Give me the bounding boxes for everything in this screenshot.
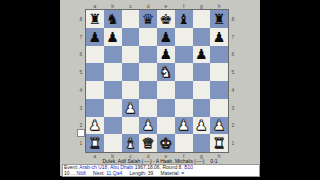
square-g4[interactable] <box>193 81 211 99</box>
square-c1[interactable]: ♝ <box>122 134 140 152</box>
rank-label-7: 7 <box>230 28 236 46</box>
black-rook[interactable]: ♜ <box>213 12 226 26</box>
white-knight[interactable]: ♞ <box>160 65 173 79</box>
square-g7[interactable] <box>193 28 211 46</box>
square-d3[interactable] <box>139 99 157 117</box>
square-h8[interactable]: ♜ <box>210 10 228 28</box>
rank-label-7: 7 <box>78 28 84 46</box>
square-c5[interactable] <box>122 63 140 81</box>
black-rook[interactable]: ♜ <box>89 12 102 26</box>
black-pawn[interactable]: ♟ <box>160 30 173 44</box>
moves-line: 10 ... Nb8 Next: 11.Qa4 Length: 39 Mater… <box>64 171 258 177</box>
square-h2[interactable]: ♟ <box>210 117 228 135</box>
chess-gui-area: abcdefgh abcdefgh 87654321 87654321 ♜♞♛♚… <box>60 0 260 176</box>
square-f7[interactable] <box>175 28 193 46</box>
square-c7[interactable] <box>122 28 140 46</box>
rank-label-8: 8 <box>78 10 84 28</box>
square-g2[interactable]: ♟ <box>193 117 211 135</box>
move-indicator-marker <box>77 129 85 137</box>
square-e5[interactable]: ♞ <box>157 63 175 81</box>
square-g3[interactable] <box>193 99 211 117</box>
square-e2[interactable] <box>157 117 175 135</box>
square-g6[interactable]: ♟ <box>193 46 211 64</box>
file-label-b: b <box>104 3 122 9</box>
white-pawn[interactable]: ♟ <box>124 101 137 115</box>
square-f1[interactable] <box>175 134 193 152</box>
move-number-prefix: 10 ... <box>64 170 75 176</box>
last-move-link[interactable]: Nb8 <box>77 170 86 176</box>
square-g1[interactable] <box>193 134 211 152</box>
rank-label-6: 6 <box>230 46 236 64</box>
square-d6[interactable] <box>139 46 157 64</box>
square-g5[interactable] <box>193 63 211 81</box>
white-pawn[interactable]: ♟ <box>177 118 190 132</box>
square-b6[interactable] <box>104 46 122 64</box>
square-c3[interactable]: ♟ <box>122 99 140 117</box>
square-e7[interactable]: ♟ <box>157 28 175 46</box>
white-pawn[interactable]: ♟ <box>89 118 102 132</box>
white-king[interactable]: ♚ <box>160 136 173 150</box>
file-label-c: c <box>122 3 140 9</box>
black-pawn[interactable]: ♟ <box>89 30 102 44</box>
square-d4[interactable] <box>139 81 157 99</box>
black-pawn[interactable]: ♟ <box>213 30 226 44</box>
square-a2[interactable]: ♟ <box>86 117 104 135</box>
square-e8[interactable]: ♚ <box>157 10 175 28</box>
white-rook[interactable]: ♜ <box>89 136 102 150</box>
rank-label-3: 3 <box>78 99 84 117</box>
square-c6[interactable] <box>122 46 140 64</box>
black-queen[interactable]: ♛ <box>142 12 155 26</box>
square-g8[interactable] <box>193 10 211 28</box>
square-a6[interactable] <box>86 46 104 64</box>
square-e1[interactable]: ♚ <box>157 134 175 152</box>
file-label-e: e <box>157 3 175 9</box>
black-bishop[interactable]: ♝ <box>177 12 190 26</box>
rank-label-3: 3 <box>230 99 236 117</box>
game-info-box: Event: Arab-ch U18, Abu Dhabi 1967.18.06… <box>62 164 260 177</box>
letterboxed-frame: abcdefgh abcdefgh 87654321 87654321 ♜♞♛♚… <box>0 0 320 180</box>
file-labels-top: abcdefgh <box>86 3 228 9</box>
rank-label-1: 1 <box>230 134 236 152</box>
file-label-g: g <box>193 3 211 9</box>
material-text: Material: = <box>161 170 184 176</box>
square-b3[interactable] <box>104 99 122 117</box>
rank-label-5: 5 <box>78 63 84 81</box>
square-f2[interactable]: ♟ <box>175 117 193 135</box>
square-d5[interactable] <box>139 63 157 81</box>
rank-label-8: 8 <box>230 10 236 28</box>
length-text: Length: 39 <box>130 170 154 176</box>
rank-label-6: 6 <box>78 46 84 64</box>
white-pawn[interactable]: ♟ <box>195 118 208 132</box>
square-f5[interactable] <box>175 63 193 81</box>
square-h3[interactable] <box>210 99 228 117</box>
next-label: Next: <box>93 170 105 176</box>
file-label-d: d <box>139 3 157 9</box>
white-bishop[interactable]: ♝ <box>124 136 137 150</box>
file-label-f: f <box>175 3 193 9</box>
black-king[interactable]: ♚ <box>160 12 173 26</box>
square-d2[interactable]: ♟ <box>139 117 157 135</box>
square-f3[interactable] <box>175 99 193 117</box>
rank-label-5: 5 <box>230 63 236 81</box>
square-h6[interactable] <box>210 46 228 64</box>
square-f4[interactable] <box>175 81 193 99</box>
square-a3[interactable] <box>86 99 104 117</box>
file-label-h: h <box>210 3 228 9</box>
black-knight[interactable]: ♞ <box>106 12 119 26</box>
rank-labels-right: 87654321 <box>230 10 236 152</box>
square-f8[interactable]: ♝ <box>175 10 193 28</box>
rank-label-4: 4 <box>78 81 84 99</box>
black-pawn[interactable]: ♟ <box>160 47 173 61</box>
square-c8[interactable] <box>122 10 140 28</box>
chess-board[interactable]: ♜♞♛♚♝♜♟♟♟♟♟♟♞♟♟♟♟♟♟♜♝♛♚♜ <box>86 10 228 152</box>
square-c4[interactable] <box>122 81 140 99</box>
square-e4[interactable] <box>157 81 175 99</box>
square-b7[interactable]: ♟ <box>104 28 122 46</box>
rank-label-2: 2 <box>230 117 236 135</box>
square-f6[interactable] <box>175 46 193 64</box>
white-pawn[interactable]: ♟ <box>142 118 155 132</box>
square-a7[interactable]: ♟ <box>86 28 104 46</box>
file-label-a: a <box>86 3 104 9</box>
white-pawn[interactable]: ♟ <box>213 118 226 132</box>
square-h7[interactable]: ♟ <box>210 28 228 46</box>
square-b8[interactable]: ♞ <box>104 10 122 28</box>
square-b2[interactable] <box>104 117 122 135</box>
rank-label-4: 4 <box>230 81 236 99</box>
next-move-link[interactable]: 11.Qa4 <box>106 170 122 176</box>
square-b4[interactable] <box>104 81 122 99</box>
square-d8[interactable]: ♛ <box>139 10 157 28</box>
square-d1[interactable]: ♛ <box>139 134 157 152</box>
square-a5[interactable] <box>86 63 104 81</box>
square-e6[interactable]: ♟ <box>157 46 175 64</box>
white-rook[interactable]: ♜ <box>213 136 226 150</box>
square-b5[interactable] <box>104 63 122 81</box>
square-a1[interactable]: ♜ <box>86 134 104 152</box>
square-e3[interactable] <box>157 99 175 117</box>
square-h4[interactable] <box>210 81 228 99</box>
square-a8[interactable]: ♜ <box>86 10 104 28</box>
square-d7[interactable] <box>139 28 157 46</box>
square-c2[interactable] <box>122 117 140 135</box>
white-queen[interactable]: ♛ <box>142 136 155 150</box>
square-a4[interactable] <box>86 81 104 99</box>
black-pawn[interactable]: ♟ <box>195 47 208 61</box>
square-b1[interactable] <box>104 134 122 152</box>
square-h5[interactable] <box>210 63 228 81</box>
eco-code-link[interactable]: B10 <box>184 164 193 170</box>
square-h1[interactable]: ♜ <box>210 134 228 152</box>
black-pawn[interactable]: ♟ <box>106 30 119 44</box>
